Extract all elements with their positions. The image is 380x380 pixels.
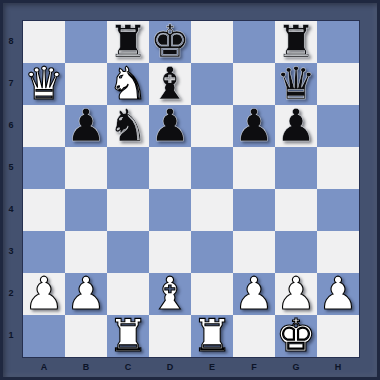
chess-board-frame: 87654321 ABCDEFGH ♜♚♜♛♞♝♛♟♞♟♟♟♟♟♝♟♟♟♜♜♚ — [0, 0, 380, 380]
square-c5[interactable] — [107, 147, 149, 189]
piece-white-king[interactable]: ♚ — [276, 316, 316, 356]
square-a4[interactable] — [23, 189, 65, 231]
square-a1[interactable] — [23, 315, 65, 357]
square-e6[interactable] — [191, 105, 233, 147]
piece-white-pawn[interactable]: ♟ — [24, 274, 64, 314]
square-a6[interactable] — [23, 105, 65, 147]
piece-white-rook[interactable]: ♜ — [108, 316, 148, 356]
piece-black-rook[interactable]: ♜ — [108, 22, 148, 62]
square-h1[interactable] — [317, 315, 359, 357]
square-h2[interactable]: ♟ — [317, 273, 359, 315]
square-g6[interactable]: ♟ — [275, 105, 317, 147]
piece-black-knight[interactable]: ♞ — [108, 106, 148, 146]
square-c6[interactable]: ♞ — [107, 105, 149, 147]
piece-white-rook[interactable]: ♜ — [192, 316, 232, 356]
square-g1[interactable]: ♚ — [275, 315, 317, 357]
square-f6[interactable]: ♟ — [233, 105, 275, 147]
square-a5[interactable] — [23, 147, 65, 189]
square-e3[interactable] — [191, 231, 233, 273]
file-label-e: E — [191, 360, 233, 374]
piece-white-queen[interactable]: ♛ — [24, 64, 64, 104]
square-f2[interactable]: ♟ — [233, 273, 275, 315]
rank-label-3: 3 — [4, 230, 18, 272]
square-h4[interactable] — [317, 189, 359, 231]
square-d4[interactable] — [149, 189, 191, 231]
square-a2[interactable]: ♟ — [23, 273, 65, 315]
square-b6[interactable]: ♟ — [65, 105, 107, 147]
square-b1[interactable] — [65, 315, 107, 357]
square-g5[interactable] — [275, 147, 317, 189]
square-a7[interactable]: ♛ — [23, 63, 65, 105]
rank-label-4: 4 — [4, 188, 18, 230]
square-c1[interactable]: ♜ — [107, 315, 149, 357]
square-b8[interactable] — [65, 21, 107, 63]
file-label-b: B — [65, 360, 107, 374]
piece-black-pawn[interactable]: ♟ — [150, 106, 190, 146]
square-c3[interactable] — [107, 231, 149, 273]
rank-label-2: 2 — [4, 272, 18, 314]
chess-board: ♜♚♜♛♞♝♛♟♞♟♟♟♟♟♝♟♟♟♜♜♚ — [22, 20, 360, 358]
piece-black-rook[interactable]: ♜ — [276, 22, 316, 62]
square-b2[interactable]: ♟ — [65, 273, 107, 315]
square-h5[interactable] — [317, 147, 359, 189]
square-b4[interactable] — [65, 189, 107, 231]
square-d2[interactable]: ♝ — [149, 273, 191, 315]
rank-label-6: 6 — [4, 104, 18, 146]
square-h8[interactable] — [317, 21, 359, 63]
piece-black-queen[interactable]: ♛ — [276, 64, 316, 104]
square-e1[interactable]: ♜ — [191, 315, 233, 357]
rank-label-1: 1 — [4, 314, 18, 356]
piece-black-pawn[interactable]: ♟ — [276, 106, 316, 146]
file-label-c: C — [107, 360, 149, 374]
square-h7[interactable] — [317, 63, 359, 105]
piece-white-bishop[interactable]: ♝ — [150, 274, 190, 314]
file-label-a: A — [23, 360, 65, 374]
square-d6[interactable]: ♟ — [149, 105, 191, 147]
piece-black-bishop[interactable]: ♝ — [150, 64, 190, 104]
piece-white-pawn[interactable]: ♟ — [234, 274, 274, 314]
file-label-f: F — [233, 360, 275, 374]
file-label-h: H — [317, 360, 359, 374]
square-f5[interactable] — [233, 147, 275, 189]
piece-white-pawn[interactable]: ♟ — [318, 274, 358, 314]
piece-black-king[interactable]: ♚ — [150, 22, 190, 62]
square-d5[interactable] — [149, 147, 191, 189]
square-b5[interactable] — [65, 147, 107, 189]
square-e8[interactable] — [191, 21, 233, 63]
file-label-d: D — [149, 360, 191, 374]
square-g4[interactable] — [275, 189, 317, 231]
rank-label-5: 5 — [4, 146, 18, 188]
square-d1[interactable] — [149, 315, 191, 357]
piece-white-pawn[interactable]: ♟ — [276, 274, 316, 314]
piece-black-pawn[interactable]: ♟ — [66, 106, 106, 146]
file-label-g: G — [275, 360, 317, 374]
piece-white-pawn[interactable]: ♟ — [66, 274, 106, 314]
square-e5[interactable] — [191, 147, 233, 189]
piece-black-pawn[interactable]: ♟ — [234, 106, 274, 146]
rank-label-8: 8 — [4, 20, 18, 62]
square-f1[interactable] — [233, 315, 275, 357]
square-e4[interactable] — [191, 189, 233, 231]
square-f4[interactable] — [233, 189, 275, 231]
rank-label-7: 7 — [4, 62, 18, 104]
square-f8[interactable] — [233, 21, 275, 63]
square-c4[interactable] — [107, 189, 149, 231]
square-h6[interactable] — [317, 105, 359, 147]
piece-white-knight[interactable]: ♞ — [108, 64, 148, 104]
square-e7[interactable] — [191, 63, 233, 105]
